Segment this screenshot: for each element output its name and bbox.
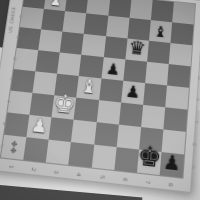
- black-bishop-g7[interactable]: ♝: [153, 24, 168, 40]
- chess-board: US CHESS ♟♝♛♟♝♟♚♟✥✥♚♟ 12345678 abcdefgh …: [0, 0, 200, 193]
- left-label-f: f: [0, 94, 14, 108]
- square-b2[interactable]: ♟: [27, 115, 52, 140]
- square-d3[interactable]: [74, 98, 99, 122]
- bottom-label-2: 2: [26, 157, 41, 182]
- square-c5[interactable]: [57, 52, 81, 76]
- left-label-g: g: [0, 116, 11, 130]
- black-pawn-h1[interactable]: ♟: [162, 153, 181, 175]
- white-pawn-b2[interactable]: ♟: [30, 117, 49, 137]
- black-pawn-e5[interactable]: ♟: [105, 61, 120, 77]
- square-d4[interactable]: ♝: [77, 76, 101, 100]
- square-c3[interactable]: ♚: [52, 95, 77, 119]
- square-d7[interactable]: [84, 13, 108, 36]
- square-d2[interactable]: [71, 120, 96, 145]
- square-f4[interactable]: ♟: [121, 81, 145, 105]
- left-label-a: a: [7, 0, 30, 2]
- square-e4[interactable]: [99, 78, 123, 102]
- bottom-label-4: 4: [72, 162, 86, 187]
- square-c2[interactable]: [49, 117, 74, 142]
- right-label-g: g: [176, 137, 199, 150]
- bottom-label-3: 3: [49, 160, 64, 185]
- us-chess-logo-icon: ✥✥: [1, 135, 27, 160]
- square-g3[interactable]: [141, 105, 165, 130]
- square-g8[interactable]: [151, 0, 174, 22]
- left-label-d: d: [0, 51, 20, 64]
- square-c7[interactable]: [63, 11, 87, 34]
- square-f8[interactable]: [129, 0, 152, 20]
- square-e5[interactable]: ♟: [101, 57, 125, 81]
- square-g5[interactable]: [145, 62, 169, 86]
- square-g4[interactable]: [143, 83, 167, 107]
- square-b7[interactable]: [41, 9, 65, 32]
- square-f3[interactable]: [119, 102, 143, 127]
- square-c6[interactable]: [60, 32, 84, 55]
- black-queen-f6[interactable]: ♛: [128, 39, 147, 59]
- bottom-label-6: 6: [117, 167, 131, 192]
- square-e6[interactable]: [103, 36, 127, 59]
- square-f2[interactable]: [116, 125, 141, 150]
- square-f6[interactable]: ♛: [125, 38, 149, 61]
- square-e3[interactable]: [96, 100, 121, 124]
- white-bishop-d4[interactable]: ♝: [80, 77, 98, 97]
- square-e2[interactable]: [94, 122, 119, 147]
- black-king-g1[interactable]: ♚: [136, 142, 163, 172]
- square-e7[interactable]: [106, 16, 130, 39]
- square-b5[interactable]: [35, 50, 59, 74]
- square-g6[interactable]: [147, 41, 171, 64]
- square-a1[interactable]: ✥✥: [1, 135, 27, 160]
- square-g7[interactable]: ♝: [149, 20, 172, 43]
- white-pawn-b8[interactable]: ♟: [49, 0, 62, 8]
- square-d6[interactable]: [82, 34, 106, 57]
- board-grid: ♟♝♛♟♝♟♚♟✥✥♚♟: [1, 0, 195, 178]
- bottom-label-8: 8: [163, 172, 177, 197]
- square-b4[interactable]: [33, 71, 58, 95]
- square-g1[interactable]: ♚: [137, 150, 162, 175]
- black-pawn-f4[interactable]: ♟: [125, 84, 141, 102]
- left-label-e: e: [0, 72, 17, 86]
- square-b6[interactable]: [38, 29, 62, 52]
- white-king-c3[interactable]: ♚: [52, 91, 76, 117]
- square-f5[interactable]: [123, 59, 147, 83]
- bottom-label-5: 5: [95, 165, 109, 190]
- chessboard-photo: US CHESS ♟♝♛♟♝♟♚♟✥✥♚♟ 12345678 abcdefgh …: [0, 0, 200, 200]
